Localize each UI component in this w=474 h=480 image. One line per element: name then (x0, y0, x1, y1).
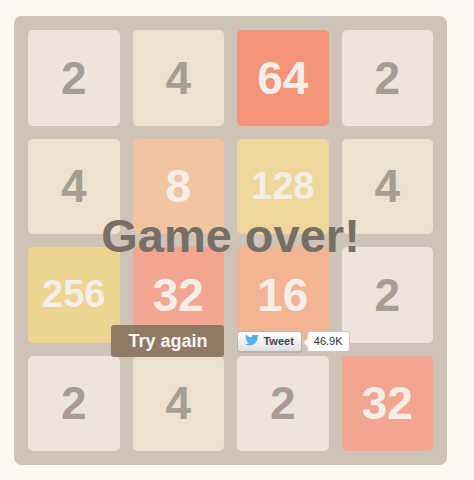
tweet-count-badge[interactable]: 46.9K (307, 331, 350, 352)
game-over-title: Game over! (14, 207, 447, 265)
game-over-overlay: Game over! Try again Tweet 46.9K (14, 16, 447, 465)
tweet-button[interactable]: Tweet (237, 331, 301, 352)
game-over-actions: Try again Tweet 46.9K (14, 325, 447, 357)
twitter-bird-icon (245, 335, 259, 347)
try-again-button[interactable]: Try again (111, 325, 224, 357)
tweet-widget: Tweet 46.9K (237, 331, 349, 352)
tweet-button-label: Tweet (263, 335, 293, 347)
board-2048: 246424812842563216224232 Game over! Try … (14, 16, 447, 465)
